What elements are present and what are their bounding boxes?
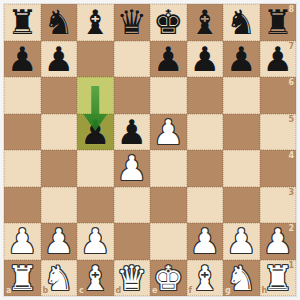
black-pawn-d5[interactable]: ♟ (114, 114, 151, 151)
square-h4[interactable]: 4 (260, 150, 297, 187)
black-pawn-a7[interactable]: ♟ (4, 41, 41, 78)
square-g5[interactable] (223, 114, 260, 151)
square-e5[interactable]: ♟ (150, 114, 187, 151)
square-e6[interactable] (150, 77, 187, 114)
black-rook-a8[interactable]: ♜ (4, 4, 41, 41)
square-d1[interactable]: d♛ (114, 260, 151, 297)
white-pawn-d4[interactable]: ♟ (114, 150, 151, 187)
square-g3[interactable] (223, 187, 260, 224)
square-f6[interactable] (187, 77, 224, 114)
square-e1[interactable]: e♚ (150, 260, 187, 297)
chess-board-grid: ♜♞♝♛♚♝♞8♜♟♟♟♟♟7♟6♟♟♟5♟43♟♟♟♟♟2♟a♜b♞c♝d♛e… (4, 4, 296, 296)
black-bishop-f8[interactable]: ♝ (187, 4, 224, 41)
white-bishop-c1[interactable]: ♝ (77, 260, 114, 297)
black-bishop-c8[interactable]: ♝ (77, 4, 114, 41)
rank-label-5: 5 (288, 115, 294, 124)
square-b6[interactable] (41, 77, 78, 114)
square-g8[interactable]: ♞ (223, 4, 260, 41)
square-c7[interactable] (77, 41, 114, 78)
square-a6[interactable] (4, 77, 41, 114)
square-d7[interactable] (114, 41, 151, 78)
square-a2[interactable]: ♟ (4, 223, 41, 260)
square-d3[interactable] (114, 187, 151, 224)
square-d5[interactable]: ♟ (114, 114, 151, 151)
square-h5[interactable]: 5 (260, 114, 297, 151)
black-knight-g8[interactable]: ♞ (223, 4, 260, 41)
square-a1[interactable]: a♜ (4, 260, 41, 297)
white-pawn-a2[interactable]: ♟ (4, 223, 41, 260)
square-f1[interactable]: f♝ (187, 260, 224, 297)
white-pawn-f2[interactable]: ♟ (187, 223, 224, 260)
square-f2[interactable]: ♟ (187, 223, 224, 260)
black-pawn-b7[interactable]: ♟ (41, 41, 78, 78)
square-f8[interactable]: ♝ (187, 4, 224, 41)
white-pawn-c2[interactable]: ♟ (77, 223, 114, 260)
square-h1[interactable]: 1h♜ (260, 260, 297, 297)
black-pawn-e7[interactable]: ♟ (150, 41, 187, 78)
black-pawn-g7[interactable]: ♟ (223, 41, 260, 78)
white-knight-b1[interactable]: ♞ (41, 260, 78, 297)
square-a5[interactable] (4, 114, 41, 151)
white-queen-d1[interactable]: ♛ (114, 260, 151, 297)
square-a3[interactable] (4, 187, 41, 224)
square-g2[interactable]: ♟ (223, 223, 260, 260)
square-b5[interactable] (41, 114, 78, 151)
square-g6[interactable] (223, 77, 260, 114)
black-king-e8[interactable]: ♚ (150, 4, 187, 41)
black-pawn-c5[interactable]: ♟ (77, 114, 114, 151)
square-d4[interactable]: ♟ (114, 150, 151, 187)
square-d2[interactable] (114, 223, 151, 260)
square-c6[interactable] (77, 77, 114, 114)
square-g7[interactable]: ♟ (223, 41, 260, 78)
chess-app: { "game": "chess", "position": { "fen": … (0, 0, 300, 300)
white-king-e1[interactable]: ♚ (150, 260, 187, 297)
square-h6[interactable]: 6 (260, 77, 297, 114)
white-pawn-b2[interactable]: ♟ (41, 223, 78, 260)
square-b3[interactable] (41, 187, 78, 224)
square-c3[interactable] (77, 187, 114, 224)
square-c8[interactable]: ♝ (77, 4, 114, 41)
square-d6[interactable] (114, 77, 151, 114)
rank-label-4: 4 (288, 151, 294, 160)
white-knight-g1[interactable]: ♞ (223, 260, 260, 297)
black-pawn-h7[interactable]: ♟ (260, 41, 297, 78)
square-b1[interactable]: b♞ (41, 260, 78, 297)
square-c4[interactable] (77, 150, 114, 187)
square-f3[interactable] (187, 187, 224, 224)
black-rook-h8[interactable]: ♜ (260, 4, 297, 41)
square-e8[interactable]: ♚ (150, 4, 187, 41)
white-pawn-h2[interactable]: ♟ (260, 223, 297, 260)
square-c5[interactable]: ♟ (77, 114, 114, 151)
white-pawn-g2[interactable]: ♟ (223, 223, 260, 260)
square-e3[interactable] (150, 187, 187, 224)
square-h2[interactable]: 2♟ (260, 223, 297, 260)
square-a8[interactable]: ♜ (4, 4, 41, 41)
square-g1[interactable]: g♞ (223, 260, 260, 297)
square-g4[interactable] (223, 150, 260, 187)
square-e4[interactable] (150, 150, 187, 187)
square-e2[interactable] (150, 223, 187, 260)
white-rook-h1[interactable]: ♜ (260, 260, 297, 297)
square-h3[interactable]: 3 (260, 187, 297, 224)
square-b8[interactable]: ♞ (41, 4, 78, 41)
rank-label-6: 6 (288, 78, 294, 87)
square-f4[interactable] (187, 150, 224, 187)
square-d8[interactable]: ♛ (114, 4, 151, 41)
white-pawn-e5[interactable]: ♟ (150, 114, 187, 151)
white-rook-a1[interactable]: ♜ (4, 260, 41, 297)
square-b2[interactable]: ♟ (41, 223, 78, 260)
square-a4[interactable] (4, 150, 41, 187)
rank-label-3: 3 (288, 188, 294, 197)
square-e7[interactable]: ♟ (150, 41, 187, 78)
black-knight-b8[interactable]: ♞ (41, 4, 78, 41)
black-pawn-f7[interactable]: ♟ (187, 41, 224, 78)
square-f7[interactable]: ♟ (187, 41, 224, 78)
white-bishop-f1[interactable]: ♝ (187, 260, 224, 297)
square-f5[interactable] (187, 114, 224, 151)
square-a7[interactable]: ♟ (4, 41, 41, 78)
square-b4[interactable] (41, 150, 78, 187)
board-frame: ♜♞♝♛♚♝♞8♜♟♟♟♟♟7♟6♟♟♟5♟43♟♟♟♟♟2♟a♜b♞c♝d♛e… (0, 0, 300, 300)
square-h8[interactable]: 8♜ (260, 4, 297, 41)
square-b7[interactable]: ♟ (41, 41, 78, 78)
square-c1[interactable]: c♝ (77, 260, 114, 297)
square-h7[interactable]: 7♟ (260, 41, 297, 78)
square-c2[interactable]: ♟ (77, 223, 114, 260)
black-queen-d8[interactable]: ♛ (114, 4, 151, 41)
